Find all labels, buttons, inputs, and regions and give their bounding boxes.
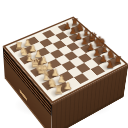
product-photo-chess-box: ♜♟♟♜♞♟♟♞♝♟♟♝♛♟♟♛♚♟♟♚♝♟♟♝♞♟♟♞♜♟♟♜ [0,0,128,128]
perspective-wrapper: ♜♟♟♜♞♟♟♞♝♟♟♝♛♟♟♛♚♟♟♚♝♟♟♝♞♟♟♞♜♟♟♜ [19,10,109,100]
brand-plaque [20,89,27,101]
chess-box: ♜♟♟♜♞♟♟♞♝♟♟♝♛♟♟♛♚♟♟♚♝♟♟♝♞♟♟♞♜♟♟♜ [3,17,128,104]
piece-black-pawn: ♟ [105,61,115,70]
piece-white-rook: ♜ [53,85,64,96]
